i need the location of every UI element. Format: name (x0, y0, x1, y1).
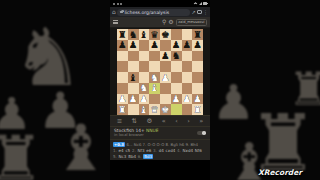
square-b8[interactable]: ♞ (128, 29, 139, 40)
white-piece-b[interactable]: ♝ (140, 105, 149, 115)
signal-icon (199, 2, 202, 5)
square-f2[interactable]: ♟ (171, 94, 182, 105)
move-list[interactable]: 1. e4 c5 2. Nf3 e6 3. d4 cxd4 4. Nxd4 Nf… (113, 148, 207, 160)
black-piece-n[interactable]: ♞ (129, 30, 138, 40)
square-b2[interactable]: ♟ (128, 94, 139, 105)
square-d6[interactable] (149, 51, 160, 62)
url-text[interactable]: lichess.org/analysis (124, 10, 169, 15)
square-b3[interactable] (128, 83, 139, 94)
square-g5[interactable] (182, 61, 193, 72)
share-icon[interactable]: ↗ (192, 10, 196, 15)
square-e3[interactable] (160, 83, 171, 94)
square-g1[interactable] (182, 104, 193, 115)
move-number: 1. (113, 148, 117, 153)
chess-board[interactable]: ♜♞♝♛♚♜♟♟♟♟♟♟♟♞♝♞♟♞♝♟♟♟♟♟♟♜♝♛♚♜ (117, 29, 203, 115)
move[interactable]: Bb4 (128, 154, 136, 159)
square-e6[interactable]: ♟ (160, 51, 171, 62)
square-d4[interactable]: ♞ (149, 72, 160, 83)
first-move-icon[interactable]: « (162, 118, 166, 125)
menu-icon[interactable]: ≡ (117, 118, 122, 125)
analysis-panel: +0.3 6... Nc6 7. O-O O-O 8. Bg5 h6 9. Bh… (110, 139, 210, 160)
square-h5[interactable] (192, 61, 203, 72)
move-number: 4. (177, 148, 181, 153)
move[interactable]: e6 (146, 148, 151, 153)
move[interactable]: c5 (125, 148, 130, 153)
square-b6[interactable] (128, 51, 139, 62)
square-b4[interactable]: ♝ (128, 72, 139, 83)
black-piece-p[interactable]: ♟ (183, 40, 192, 50)
xrecorder-watermark: XRecorder (258, 168, 302, 177)
white-piece-k[interactable]: ♚ (161, 105, 170, 115)
next-move-icon[interactable]: › (187, 118, 190, 125)
square-g3[interactable] (182, 83, 193, 94)
browser-menu-icon[interactable]: ⋮ (203, 10, 208, 15)
notification-icon (117, 3, 119, 5)
square-b7[interactable]: ♟ (128, 40, 139, 51)
white-piece-p[interactable]: ♟ (193, 94, 202, 104)
square-h3[interactable] (192, 83, 203, 94)
phone-footer (110, 160, 210, 180)
square-h8[interactable]: ♜ (192, 29, 203, 40)
white-piece-r[interactable]: ♜ (118, 105, 127, 115)
black-piece-p[interactable]: ♟ (193, 40, 202, 50)
battery-icon (203, 2, 207, 5)
last-move-icon[interactable]: » (199, 118, 203, 125)
notification-icon (113, 3, 115, 5)
move-number: 3. (153, 148, 157, 153)
settings-gear-icon[interactable]: ⚙ (168, 19, 173, 25)
pv-moves[interactable]: 6... Nc6 7. O-O O-O 8. Bg5 h6 9. Bh4 (126, 142, 198, 147)
wifi-icon (193, 1, 197, 5)
square-b1[interactable] (128, 104, 139, 115)
square-h2[interactable]: ♟ (192, 94, 203, 105)
square-e1[interactable]: ♚ (160, 104, 171, 115)
black-piece-n[interactable]: ♞ (172, 51, 181, 61)
square-d8[interactable]: ♛ (149, 29, 160, 40)
notification-icon (120, 3, 122, 5)
black-piece-k[interactable]: ♚ (161, 30, 170, 40)
black-piece-q[interactable]: ♛ (150, 30, 159, 40)
square-e8[interactable]: ♚ (160, 29, 171, 40)
move-number: 6. (138, 154, 142, 159)
url-field[interactable]: lichess.org/analysis (117, 9, 190, 16)
square-f7[interactable]: ♟ (171, 40, 182, 51)
square-a4[interactable] (117, 72, 128, 83)
nnue-badge: NNUE (146, 128, 159, 133)
square-a5[interactable] (117, 61, 128, 72)
square-c2[interactable]: ♟ (139, 94, 150, 105)
square-c7[interactable] (139, 40, 150, 51)
square-h1[interactable]: ♜ (192, 104, 203, 115)
square-f4[interactable] (171, 72, 182, 83)
move[interactable]: d4 (159, 148, 164, 153)
board-area: ♜♞♝♛♚♜♟♟♟♟♟♟♟♞♝♞♟♞♝♟♟♟♟♟♟♜♝♛♚♜ (110, 28, 210, 115)
black-piece-p[interactable]: ♟ (172, 40, 181, 50)
square-h4[interactable] (192, 72, 203, 83)
search-icon[interactable]: ⚲ (162, 19, 166, 25)
white-piece-p[interactable]: ♟ (172, 94, 181, 104)
white-piece-b[interactable]: ♝ (150, 83, 159, 93)
square-h6[interactable] (192, 51, 203, 62)
square-c4[interactable] (139, 72, 150, 83)
move[interactable]: Nc3 (119, 154, 127, 159)
engine-pv-line[interactable]: +0.3 6... Nc6 7. O-O O-O 8. Bg5 h6 9. Bh… (113, 142, 207, 148)
white-piece-p[interactable]: ♟ (140, 94, 149, 104)
username-button[interactable]: zaid_messaoui (176, 19, 207, 26)
white-piece-p[interactable]: ♟ (118, 94, 127, 104)
white-piece-p[interactable]: ♟ (129, 94, 138, 104)
square-b5[interactable] (128, 61, 139, 72)
black-piece-p[interactable]: ♟ (150, 40, 159, 50)
engine-toggle[interactable] (197, 131, 206, 136)
browser-url-bar: ⌂ lichess.org/analysis ↗ ⋮ (110, 7, 210, 17)
square-a3[interactable] (117, 83, 128, 94)
square-e5[interactable] (160, 61, 171, 72)
phone-screen: ⌂ lichess.org/analysis ↗ ⋮ ⚲ ⚙ zaid_mess… (110, 0, 210, 180)
square-g6[interactable] (182, 51, 193, 62)
flip-board-icon[interactable]: ⇅ (132, 118, 137, 125)
square-a2[interactable]: ♟ (117, 94, 128, 105)
square-f8[interactable] (171, 29, 182, 40)
square-e7[interactable] (160, 40, 171, 51)
engine-location: in local browser (114, 133, 197, 138)
white-piece-q[interactable]: ♛ (150, 105, 159, 115)
move[interactable]: Nf6 (195, 148, 202, 153)
black-piece-p[interactable]: ♟ (161, 51, 170, 61)
move[interactable]: Nf3 (138, 148, 145, 153)
square-c1[interactable]: ♝ (139, 104, 150, 115)
square-a8[interactable]: ♜ (117, 29, 128, 40)
square-g8[interactable] (182, 29, 193, 40)
move[interactable]: e4 (119, 148, 124, 153)
square-f6[interactable]: ♞ (171, 51, 182, 62)
square-h7[interactable]: ♟ (192, 40, 203, 51)
move[interactable]: Nxd4 (183, 148, 193, 153)
gear-icon[interactable]: ⚙ (147, 118, 153, 125)
white-piece-r[interactable]: ♜ (193, 105, 202, 115)
move[interactable]: cxd4 (166, 148, 176, 153)
square-e4[interactable]: ♟ (160, 72, 171, 83)
black-piece-p[interactable]: ♟ (129, 40, 138, 50)
bg-rook-icon: ♜ (0, 128, 44, 180)
square-g2[interactable]: ♟ (182, 94, 193, 105)
bg-bishop-icon: ♝ (52, 116, 109, 180)
black-piece-p[interactable]: ♟ (118, 40, 127, 50)
black-piece-r[interactable]: ♜ (118, 30, 127, 40)
square-d3[interactable]: ♝ (149, 83, 160, 94)
prev-move-icon[interactable]: ‹ (175, 118, 178, 125)
white-piece-p[interactable]: ♟ (161, 73, 170, 83)
black-piece-b[interactable]: ♝ (129, 73, 138, 83)
square-e2[interactable] (160, 94, 171, 105)
square-g4[interactable] (182, 72, 193, 83)
square-a7[interactable]: ♟ (117, 40, 128, 51)
square-d5[interactable] (149, 61, 160, 72)
black-piece-r[interactable]: ♜ (193, 30, 202, 40)
black-piece-b[interactable]: ♝ (140, 30, 149, 40)
move-number: 5. (113, 154, 117, 159)
eval-badge: +0.3 (113, 142, 125, 148)
white-piece-n[interactable]: ♞ (140, 83, 149, 93)
square-d2[interactable] (149, 94, 160, 105)
square-c5[interactable] (139, 61, 150, 72)
lichess-header: ⚲ ⚙ zaid_messaoui (110, 17, 210, 28)
square-d1[interactable]: ♛ (149, 104, 160, 115)
square-a6[interactable] (117, 51, 128, 62)
lock-icon (120, 11, 123, 13)
analysis-toolbar: ≡ ⇅ ⚙ « ‹ › » (110, 115, 210, 126)
white-piece-p[interactable]: ♟ (183, 94, 192, 104)
home-icon[interactable]: ⌂ (112, 9, 116, 15)
square-a1[interactable]: ♜ (117, 104, 128, 115)
square-c8[interactable]: ♝ (139, 29, 150, 40)
square-c6[interactable] (139, 51, 150, 62)
square-f3[interactable] (171, 83, 182, 94)
tabs-icon[interactable] (197, 10, 201, 14)
square-f5[interactable] (171, 61, 182, 72)
engine-bar: Stockfish 14+ NNUE in local browser (110, 126, 210, 139)
square-d7[interactable]: ♟ (149, 40, 160, 51)
hamburger-menu-icon[interactable] (113, 20, 118, 24)
square-c3[interactable]: ♞ (139, 83, 150, 94)
white-piece-n[interactable]: ♞ (150, 73, 159, 83)
status-bar (110, 0, 210, 7)
move-number: 2. (132, 148, 136, 153)
square-g7[interactable]: ♟ (182, 40, 193, 51)
square-f1[interactable] (171, 104, 182, 115)
move[interactable]: Bd3 (143, 154, 152, 159)
screen: ♞ ♟ ♟ ♝ ♜ ♟ ♜ ♜ ♝ ⌂ lichess.org/analysis (0, 0, 320, 180)
